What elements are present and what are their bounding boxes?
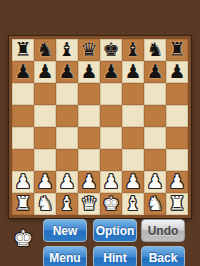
black-pawn: ♟ [102,61,119,83]
square-c4[interactable] [56,127,78,149]
square-d3[interactable] [78,149,100,171]
white-pawn: ♟ [58,171,75,193]
white-bishop: ♝ [58,193,75,215]
square-g5[interactable] [144,105,166,127]
black-rook: ♜ [168,39,185,61]
square-h4[interactable] [166,127,188,149]
square-a2[interactable]: ♟ [12,171,34,193]
black-king: ♚ [102,39,119,61]
square-b6[interactable] [34,83,56,105]
white-pawn: ♟ [80,171,97,193]
menu-button[interactable]: Menu [43,246,87,266]
square-a3[interactable] [12,149,34,171]
black-bishop: ♝ [124,39,141,61]
white-rook: ♜ [168,193,185,215]
square-d4[interactable] [78,127,100,149]
square-f7[interactable]: ♟ [122,61,144,83]
square-a1[interactable]: ♜ [12,193,34,215]
white-rook: ♜ [14,193,31,215]
square-g4[interactable] [144,127,166,149]
square-b4[interactable] [34,127,56,149]
white-pawn: ♟ [168,171,185,193]
square-f2[interactable]: ♟ [122,171,144,193]
square-d1[interactable]: ♛ [78,193,100,215]
square-c5[interactable] [56,105,78,127]
white-pawn: ♟ [146,171,163,193]
square-a4[interactable] [12,127,34,149]
square-g7[interactable]: ♟ [144,61,166,83]
square-a6[interactable] [12,83,34,105]
square-b3[interactable] [34,149,56,171]
chess-app-screen: ♜♞♝♛♚♝♞♜♟♟♟♟♟♟♟♟♟♟♟♟♟♟♟♟♜♞♝♛♚♝♞♜ ♚ New O… [0,0,200,266]
square-f4[interactable] [122,127,144,149]
black-pawn: ♟ [36,61,53,83]
square-e1[interactable]: ♚ [100,193,122,215]
square-b5[interactable] [34,105,56,127]
square-d7[interactable]: ♟ [78,61,100,83]
square-c6[interactable] [56,83,78,105]
square-b1[interactable]: ♞ [34,193,56,215]
black-pawn: ♟ [14,61,31,83]
square-e8[interactable]: ♚ [100,39,122,61]
square-c1[interactable]: ♝ [56,193,78,215]
black-bishop: ♝ [58,39,75,61]
white-queen: ♛ [80,193,97,215]
square-g8[interactable]: ♞ [144,39,166,61]
white-king: ♚ [102,193,119,215]
square-h5[interactable] [166,105,188,127]
square-g3[interactable] [144,149,166,171]
black-rook: ♜ [14,39,31,61]
square-f5[interactable] [122,105,144,127]
square-a8[interactable]: ♜ [12,39,34,61]
black-knight: ♞ [146,39,163,61]
square-f8[interactable]: ♝ [122,39,144,61]
square-c8[interactable]: ♝ [56,39,78,61]
square-b2[interactable]: ♟ [34,171,56,193]
square-h3[interactable] [166,149,188,171]
board-frame: ♜♞♝♛♚♝♞♜♟♟♟♟♟♟♟♟♟♟♟♟♟♟♟♟♜♞♝♛♚♝♞♜ [9,36,191,218]
square-c3[interactable] [56,149,78,171]
white-pawn: ♟ [124,171,141,193]
square-e5[interactable] [100,105,122,127]
black-pawn: ♟ [124,61,141,83]
black-pawn: ♟ [80,61,97,83]
square-b8[interactable]: ♞ [34,39,56,61]
square-h6[interactable] [166,83,188,105]
hint-button[interactable]: Hint [93,246,137,266]
square-c7[interactable]: ♟ [56,61,78,83]
square-a5[interactable] [12,105,34,127]
white-bishop: ♝ [124,193,141,215]
square-g6[interactable] [144,83,166,105]
black-pawn: ♟ [146,61,163,83]
square-d6[interactable] [78,83,100,105]
square-e6[interactable] [100,83,122,105]
square-f1[interactable]: ♝ [122,193,144,215]
square-d2[interactable]: ♟ [78,171,100,193]
back-button[interactable]: Back [141,246,185,266]
chess-board: ♜♞♝♛♚♝♞♜♟♟♟♟♟♟♟♟♟♟♟♟♟♟♟♟♜♞♝♛♚♝♞♜ [12,39,188,215]
undo-button[interactable]: Undo [141,219,185,242]
white-pawn: ♟ [14,171,31,193]
square-g1[interactable]: ♞ [144,193,166,215]
square-g2[interactable]: ♟ [144,171,166,193]
black-pawn: ♟ [58,61,75,83]
square-e3[interactable] [100,149,122,171]
white-pawn: ♟ [102,171,119,193]
black-queen: ♛ [80,39,97,61]
square-h2[interactable]: ♟ [166,171,188,193]
white-king-icon: ♚ [13,227,33,251]
square-d8[interactable]: ♛ [78,39,100,61]
square-f6[interactable] [122,83,144,105]
square-a7[interactable]: ♟ [12,61,34,83]
new-button[interactable]: New [43,219,87,242]
square-c2[interactable]: ♟ [56,171,78,193]
white-pawn: ♟ [36,171,53,193]
square-d5[interactable] [78,105,100,127]
black-knight: ♞ [36,39,53,61]
square-e7[interactable]: ♟ [100,61,122,83]
square-h1[interactable]: ♜ [166,193,188,215]
turn-indicator: ♚ [11,226,35,252]
square-e2[interactable]: ♟ [100,171,122,193]
square-h7[interactable]: ♟ [166,61,188,83]
square-f3[interactable] [122,149,144,171]
square-h8[interactable]: ♜ [166,39,188,61]
white-knight: ♞ [36,193,53,215]
square-e4[interactable] [100,127,122,149]
square-b7[interactable]: ♟ [34,61,56,83]
option-button[interactable]: Option [93,219,137,242]
white-knight: ♞ [146,193,163,215]
black-pawn: ♟ [168,61,185,83]
